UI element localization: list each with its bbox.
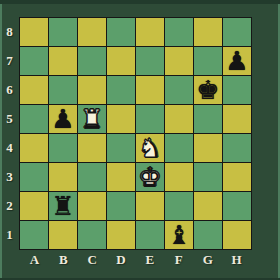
file-label-f: F	[164, 250, 193, 270]
square-f7[interactable]	[165, 47, 193, 75]
square-b1[interactable]	[49, 221, 77, 249]
white-knight[interactable]: ♞	[138, 134, 161, 162]
square-h2[interactable]	[223, 192, 251, 220]
rank-label-6: 6	[0, 76, 19, 105]
square-a3[interactable]	[20, 163, 48, 191]
square-c8[interactable]	[78, 18, 106, 46]
square-d2[interactable]	[107, 192, 135, 220]
square-b8[interactable]	[49, 18, 77, 46]
square-d8[interactable]	[107, 18, 135, 46]
black-king[interactable]: ♚	[196, 76, 219, 104]
square-c4[interactable]	[78, 134, 106, 162]
square-a5[interactable]	[20, 105, 48, 133]
square-h7[interactable]: ♟	[223, 47, 251, 75]
black-bishop[interactable]: ♝	[167, 221, 190, 249]
square-c2[interactable]	[78, 192, 106, 220]
square-b4[interactable]	[49, 134, 77, 162]
square-e1[interactable]	[136, 221, 164, 249]
chess-board-window: 87654321 ♟♚♟♜♞♚♜♝ ABCDEFGH	[0, 0, 280, 280]
square-b3[interactable]	[49, 163, 77, 191]
rank-label-2: 2	[0, 191, 19, 220]
white-king[interactable]: ♚	[138, 163, 161, 191]
rank-labels: 87654321	[0, 18, 19, 249]
square-h5[interactable]	[223, 105, 251, 133]
rank-label-3: 3	[0, 162, 19, 191]
square-g8[interactable]	[194, 18, 222, 46]
black-rook[interactable]: ♜	[51, 192, 74, 220]
square-g7[interactable]	[194, 47, 222, 75]
square-a2[interactable]	[20, 192, 48, 220]
square-c5[interactable]: ♜	[78, 105, 106, 133]
square-h4[interactable]	[223, 134, 251, 162]
square-e8[interactable]	[136, 18, 164, 46]
square-a7[interactable]	[20, 47, 48, 75]
square-d3[interactable]	[107, 163, 135, 191]
square-f6[interactable]	[165, 76, 193, 104]
square-g1[interactable]	[194, 221, 222, 249]
file-label-a: A	[20, 250, 49, 270]
file-label-g: G	[193, 250, 222, 270]
square-d1[interactable]	[107, 221, 135, 249]
square-h8[interactable]	[223, 18, 251, 46]
square-d5[interactable]	[107, 105, 135, 133]
chess-board[interactable]: ♟♚♟♜♞♚♜♝	[19, 17, 252, 250]
square-a4[interactable]	[20, 134, 48, 162]
square-g6[interactable]: ♚	[194, 76, 222, 104]
square-a6[interactable]	[20, 76, 48, 104]
square-b2[interactable]: ♜	[49, 192, 77, 220]
rank-label-7: 7	[0, 47, 19, 76]
file-label-h: H	[222, 250, 251, 270]
square-b7[interactable]	[49, 47, 77, 75]
square-d7[interactable]	[107, 47, 135, 75]
square-a8[interactable]	[20, 18, 48, 46]
file-label-e: E	[136, 250, 165, 270]
square-b5[interactable]: ♟	[49, 105, 77, 133]
square-g3[interactable]	[194, 163, 222, 191]
square-f1[interactable]: ♝	[165, 221, 193, 249]
square-g4[interactable]	[194, 134, 222, 162]
file-label-c: C	[78, 250, 107, 270]
square-g2[interactable]	[194, 192, 222, 220]
square-d4[interactable]	[107, 134, 135, 162]
rank-label-4: 4	[0, 134, 19, 163]
rank-label-5: 5	[0, 105, 19, 134]
square-e5[interactable]	[136, 105, 164, 133]
file-labels: ABCDEFGH	[20, 250, 251, 270]
square-h6[interactable]	[223, 76, 251, 104]
square-f3[interactable]	[165, 163, 193, 191]
file-label-d: D	[107, 250, 136, 270]
square-c3[interactable]	[78, 163, 106, 191]
square-f2[interactable]	[165, 192, 193, 220]
square-e3[interactable]: ♚	[136, 163, 164, 191]
square-c6[interactable]	[78, 76, 106, 104]
square-e7[interactable]	[136, 47, 164, 75]
square-a1[interactable]	[20, 221, 48, 249]
square-f4[interactable]	[165, 134, 193, 162]
square-d6[interactable]	[107, 76, 135, 104]
square-f8[interactable]	[165, 18, 193, 46]
square-g5[interactable]	[194, 105, 222, 133]
file-label-b: B	[49, 250, 78, 270]
square-e4[interactable]: ♞	[136, 134, 164, 162]
square-b6[interactable]	[49, 76, 77, 104]
rank-label-1: 1	[0, 220, 19, 249]
square-h3[interactable]	[223, 163, 251, 191]
black-pawn[interactable]: ♟	[225, 47, 248, 75]
square-h1[interactable]	[223, 221, 251, 249]
square-e2[interactable]	[136, 192, 164, 220]
black-pawn[interactable]: ♟	[51, 105, 74, 133]
square-c7[interactable]	[78, 47, 106, 75]
white-rook[interactable]: ♜	[80, 105, 103, 133]
square-f5[interactable]	[165, 105, 193, 133]
rank-label-8: 8	[0, 18, 19, 47]
square-c1[interactable]	[78, 221, 106, 249]
square-e6[interactable]	[136, 76, 164, 104]
